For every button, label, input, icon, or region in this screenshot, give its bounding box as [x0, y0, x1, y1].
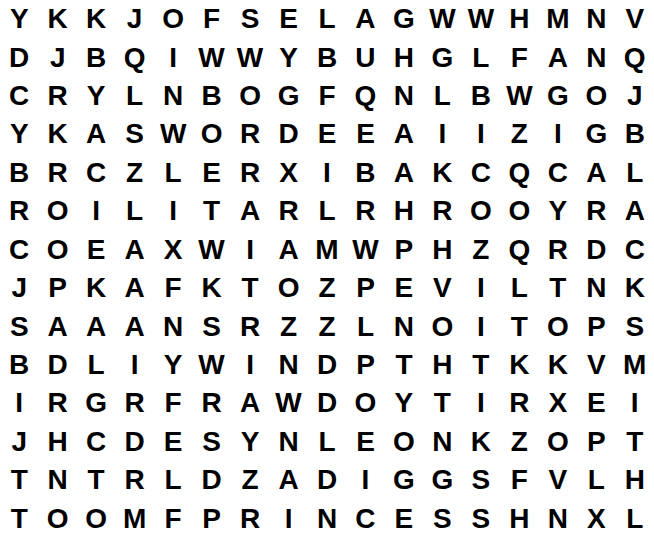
- grid-cell-r14c2[interactable]: O: [38, 500, 76, 538]
- grid-cell-r4c7[interactable]: R: [231, 115, 269, 153]
- grid-cell-r2c9[interactable]: B: [308, 38, 346, 76]
- grid-cell-r2c10[interactable]: U: [346, 38, 384, 76]
- grid-cell-r7c9[interactable]: M: [308, 231, 346, 269]
- grid-cell-r5c3[interactable]: C: [77, 154, 115, 192]
- grid-cell-r3c7[interactable]: O: [231, 77, 269, 115]
- grid-cell-r6c2[interactable]: O: [38, 192, 76, 230]
- grid-cell-r5c2[interactable]: R: [38, 154, 76, 192]
- grid-cell-r1c14[interactable]: H: [500, 0, 538, 38]
- grid-cell-r7c3[interactable]: E: [77, 231, 115, 269]
- grid-cell-r2c6[interactable]: W: [192, 38, 230, 76]
- grid-cell-r11c16[interactable]: E: [577, 384, 615, 422]
- grid-cell-r13c10[interactable]: I: [346, 461, 384, 499]
- grid-cell-r10c15[interactable]: K: [539, 346, 577, 384]
- grid-cell-r9c4[interactable]: A: [115, 307, 153, 345]
- grid-cell-r8c8[interactable]: O: [269, 269, 307, 307]
- grid-cell-r1c6[interactable]: F: [192, 0, 230, 38]
- grid-cell-r5c10[interactable]: B: [346, 154, 384, 192]
- grid-cell-r13c2[interactable]: N: [38, 461, 76, 499]
- grid-cell-r3c3[interactable]: Y: [77, 77, 115, 115]
- grid-cell-r1c15[interactable]: M: [539, 0, 577, 38]
- grid-cell-r8c17[interactable]: K: [616, 269, 654, 307]
- grid-cell-r7c11[interactable]: P: [385, 231, 423, 269]
- grid-cell-r2c4[interactable]: Q: [115, 38, 153, 76]
- grid-cell-r12c14[interactable]: Z: [500, 423, 538, 461]
- grid-cell-r3c8[interactable]: G: [269, 77, 307, 115]
- grid-cell-r6c6[interactable]: T: [192, 192, 230, 230]
- grid-cell-r1c8[interactable]: E: [269, 0, 307, 38]
- grid-cell-r5c8[interactable]: X: [269, 154, 307, 192]
- grid-cell-r1c5[interactable]: O: [154, 0, 192, 38]
- grid-cell-r8c14[interactable]: L: [500, 269, 538, 307]
- grid-cell-r7c10[interactable]: W: [346, 231, 384, 269]
- grid-cell-r11c15[interactable]: X: [539, 384, 577, 422]
- grid-cell-r4c16[interactable]: G: [577, 115, 615, 153]
- grid-cell-r7c4[interactable]: A: [115, 231, 153, 269]
- grid-cell-r4c4[interactable]: S: [115, 115, 153, 153]
- grid-cell-r11c5[interactable]: F: [154, 384, 192, 422]
- grid-cell-r1c17[interactable]: V: [616, 0, 654, 38]
- grid-cell-r3c2[interactable]: R: [38, 77, 76, 115]
- grid-cell-r3c6[interactable]: B: [192, 77, 230, 115]
- grid-cell-r8c4[interactable]: A: [115, 269, 153, 307]
- grid-cell-r7c15[interactable]: R: [539, 231, 577, 269]
- grid-cell-r8c3[interactable]: K: [77, 269, 115, 307]
- grid-cell-r7c7[interactable]: I: [231, 231, 269, 269]
- grid-cell-r1c16[interactable]: N: [577, 0, 615, 38]
- grid-cell-r13c1[interactable]: T: [0, 461, 38, 499]
- grid-cell-r7c6[interactable]: W: [192, 231, 230, 269]
- grid-cell-r13c9[interactable]: D: [308, 461, 346, 499]
- grid-cell-r1c13[interactable]: W: [462, 0, 500, 38]
- grid-cell-r7c5[interactable]: X: [154, 231, 192, 269]
- grid-cell-r5c14[interactable]: Q: [500, 154, 538, 192]
- grid-cell-r1c7[interactable]: S: [231, 0, 269, 38]
- grid-cell-r7c8[interactable]: A: [269, 231, 307, 269]
- grid-cell-r12c13[interactable]: K: [462, 423, 500, 461]
- grid-cell-r7c13[interactable]: Z: [462, 231, 500, 269]
- grid-cell-r1c9[interactable]: L: [308, 0, 346, 38]
- grid-cell-r8c16[interactable]: N: [577, 269, 615, 307]
- grid-cell-r10c6[interactable]: W: [192, 346, 230, 384]
- grid-cell-r8c2[interactable]: P: [38, 269, 76, 307]
- grid-cell-r1c2[interactable]: K: [38, 0, 76, 38]
- grid-cell-r6c17[interactable]: A: [616, 192, 654, 230]
- grid-cell-r14c5[interactable]: F: [154, 500, 192, 538]
- grid-cell-r12c5[interactable]: E: [154, 423, 192, 461]
- grid-cell-r8c11[interactable]: E: [385, 269, 423, 307]
- grid-cell-r14c14[interactable]: H: [500, 500, 538, 538]
- grid-cell-r14c3[interactable]: O: [77, 500, 115, 538]
- grid-cell-r9c6[interactable]: S: [192, 307, 230, 345]
- grid-cell-r8c7[interactable]: T: [231, 269, 269, 307]
- grid-cell-r2c7[interactable]: W: [231, 38, 269, 76]
- grid-cell-r7c2[interactable]: O: [38, 231, 76, 269]
- grid-cell-r10c1[interactable]: B: [0, 346, 38, 384]
- grid-cell-r12c3[interactable]: C: [77, 423, 115, 461]
- grid-cell-r5c13[interactable]: C: [462, 154, 500, 192]
- grid-cell-r10c10[interactable]: P: [346, 346, 384, 384]
- grid-cell-r2c2[interactable]: J: [38, 38, 76, 76]
- grid-cell-r9c13[interactable]: I: [462, 307, 500, 345]
- grid-cell-r4c8[interactable]: D: [269, 115, 307, 153]
- grid-cell-r3c15[interactable]: G: [539, 77, 577, 115]
- grid-cell-r9c16[interactable]: P: [577, 307, 615, 345]
- grid-cell-r10c5[interactable]: Y: [154, 346, 192, 384]
- grid-cell-r12c12[interactable]: N: [423, 423, 461, 461]
- grid-cell-r8c1[interactable]: J: [0, 269, 38, 307]
- grid-cell-r9c2[interactable]: A: [38, 307, 76, 345]
- grid-cell-r6c8[interactable]: R: [269, 192, 307, 230]
- grid-cell-r12c4[interactable]: D: [115, 423, 153, 461]
- grid-cell-r9c8[interactable]: Z: [269, 307, 307, 345]
- grid-cell-r14c8[interactable]: I: [269, 500, 307, 538]
- grid-cell-r10c11[interactable]: T: [385, 346, 423, 384]
- grid-cell-r4c14[interactable]: Z: [500, 115, 538, 153]
- grid-cell-r5c1[interactable]: B: [0, 154, 38, 192]
- grid-cell-r12c8[interactable]: N: [269, 423, 307, 461]
- grid-cell-r11c13[interactable]: I: [462, 384, 500, 422]
- grid-cell-r9c17[interactable]: S: [616, 307, 654, 345]
- grid-cell-r12c16[interactable]: P: [577, 423, 615, 461]
- grid-cell-r11c9[interactable]: D: [308, 384, 346, 422]
- grid-cell-r14c6[interactable]: P: [192, 500, 230, 538]
- grid-cell-r13c4[interactable]: R: [115, 461, 153, 499]
- grid-cell-r3c13[interactable]: B: [462, 77, 500, 115]
- grid-cell-r11c1[interactable]: I: [0, 384, 38, 422]
- grid-cell-r7c16[interactable]: D: [577, 231, 615, 269]
- grid-cell-r5c9[interactable]: I: [308, 154, 346, 192]
- grid-cell-r3c1[interactable]: C: [0, 77, 38, 115]
- grid-cell-r4c6[interactable]: O: [192, 115, 230, 153]
- grid-cell-r8c5[interactable]: F: [154, 269, 192, 307]
- grid-cell-r12c2[interactable]: H: [38, 423, 76, 461]
- grid-cell-r12c10[interactable]: E: [346, 423, 384, 461]
- grid-cell-r5c4[interactable]: Z: [115, 154, 153, 192]
- grid-cell-r6c12[interactable]: R: [423, 192, 461, 230]
- grid-cell-r10c9[interactable]: D: [308, 346, 346, 384]
- grid-cell-r13c3[interactable]: T: [77, 461, 115, 499]
- grid-cell-r13c6[interactable]: D: [192, 461, 230, 499]
- grid-cell-r4c9[interactable]: E: [308, 115, 346, 153]
- grid-cell-r4c1[interactable]: Y: [0, 115, 38, 153]
- grid-cell-r9c12[interactable]: O: [423, 307, 461, 345]
- grid-cell-r8c6[interactable]: K: [192, 269, 230, 307]
- grid-cell-r9c11[interactable]: N: [385, 307, 423, 345]
- grid-cell-r1c1[interactable]: Y: [0, 0, 38, 38]
- grid-cell-r11c11[interactable]: Y: [385, 384, 423, 422]
- grid-cell-r6c14[interactable]: O: [500, 192, 538, 230]
- grid-cell-r6c10[interactable]: R: [346, 192, 384, 230]
- grid-cell-r14c16[interactable]: X: [577, 500, 615, 538]
- grid-cell-r6c13[interactable]: O: [462, 192, 500, 230]
- grid-cell-r3c16[interactable]: O: [577, 77, 615, 115]
- grid-cell-r9c5[interactable]: N: [154, 307, 192, 345]
- grid-cell-r13c11[interactable]: G: [385, 461, 423, 499]
- grid-cell-r14c11[interactable]: E: [385, 500, 423, 538]
- grid-cell-r13c16[interactable]: L: [577, 461, 615, 499]
- grid-cell-r9c7[interactable]: R: [231, 307, 269, 345]
- grid-cell-r5c11[interactable]: A: [385, 154, 423, 192]
- grid-cell-r3c17[interactable]: J: [616, 77, 654, 115]
- grid-cell-r11c17[interactable]: I: [616, 384, 654, 422]
- grid-cell-r5c6[interactable]: E: [192, 154, 230, 192]
- grid-cell-r1c12[interactable]: W: [423, 0, 461, 38]
- grid-cell-r5c5[interactable]: L: [154, 154, 192, 192]
- grid-cell-r3c14[interactable]: W: [500, 77, 538, 115]
- grid-cell-r14c13[interactable]: S: [462, 500, 500, 538]
- grid-cell-r5c12[interactable]: K: [423, 154, 461, 192]
- grid-cell-r10c3[interactable]: L: [77, 346, 115, 384]
- grid-cell-r4c12[interactable]: I: [423, 115, 461, 153]
- grid-cell-r13c8[interactable]: A: [269, 461, 307, 499]
- grid-cell-r8c15[interactable]: T: [539, 269, 577, 307]
- grid-cell-r2c12[interactable]: G: [423, 38, 461, 76]
- grid-cell-r9c15[interactable]: O: [539, 307, 577, 345]
- grid-cell-r11c4[interactable]: R: [115, 384, 153, 422]
- grid-cell-r6c9[interactable]: L: [308, 192, 346, 230]
- grid-cell-r4c2[interactable]: K: [38, 115, 76, 153]
- grid-cell-r2c11[interactable]: H: [385, 38, 423, 76]
- grid-cell-r11c6[interactable]: R: [192, 384, 230, 422]
- grid-cell-r6c4[interactable]: L: [115, 192, 153, 230]
- grid-cell-r10c8[interactable]: N: [269, 346, 307, 384]
- grid-cell-r8c13[interactable]: I: [462, 269, 500, 307]
- grid-cell-r8c10[interactable]: P: [346, 269, 384, 307]
- grid-cell-r3c9[interactable]: F: [308, 77, 346, 115]
- grid-cell-r4c13[interactable]: I: [462, 115, 500, 153]
- grid-cell-r12c15[interactable]: O: [539, 423, 577, 461]
- grid-cell-r9c14[interactable]: T: [500, 307, 538, 345]
- grid-cell-r13c17[interactable]: H: [616, 461, 654, 499]
- grid-cell-r8c12[interactable]: V: [423, 269, 461, 307]
- grid-cell-r2c15[interactable]: A: [539, 38, 577, 76]
- grid-cell-r9c1[interactable]: S: [0, 307, 38, 345]
- grid-cell-r5c7[interactable]: R: [231, 154, 269, 192]
- grid-cell-r12c1[interactable]: J: [0, 423, 38, 461]
- grid-cell-r6c15[interactable]: Y: [539, 192, 577, 230]
- grid-cell-r6c16[interactable]: R: [577, 192, 615, 230]
- grid-cell-r2c13[interactable]: L: [462, 38, 500, 76]
- grid-cell-r10c12[interactable]: H: [423, 346, 461, 384]
- grid-cell-r2c8[interactable]: Y: [269, 38, 307, 76]
- grid-cell-r8c9[interactable]: Z: [308, 269, 346, 307]
- grid-cell-r11c12[interactable]: T: [423, 384, 461, 422]
- grid-cell-r3c11[interactable]: N: [385, 77, 423, 115]
- grid-cell-r13c12[interactable]: G: [423, 461, 461, 499]
- grid-cell-r4c15[interactable]: I: [539, 115, 577, 153]
- grid-cell-r10c17[interactable]: M: [616, 346, 654, 384]
- grid-cell-r10c2[interactable]: D: [38, 346, 76, 384]
- grid-cell-r9c3[interactable]: A: [77, 307, 115, 345]
- grid-cell-r7c17[interactable]: C: [616, 231, 654, 269]
- grid-cell-r3c12[interactable]: L: [423, 77, 461, 115]
- grid-cell-r11c3[interactable]: G: [77, 384, 115, 422]
- grid-cell-r11c2[interactable]: R: [38, 384, 76, 422]
- grid-cell-r14c4[interactable]: M: [115, 500, 153, 538]
- grid-cell-r7c12[interactable]: H: [423, 231, 461, 269]
- grid-cell-r12c11[interactable]: O: [385, 423, 423, 461]
- grid-cell-r11c10[interactable]: O: [346, 384, 384, 422]
- grid-cell-r14c9[interactable]: N: [308, 500, 346, 538]
- grid-cell-r6c5[interactable]: I: [154, 192, 192, 230]
- grid-cell-r14c7[interactable]: R: [231, 500, 269, 538]
- grid-cell-r10c13[interactable]: T: [462, 346, 500, 384]
- grid-cell-r9c10[interactable]: L: [346, 307, 384, 345]
- grid-cell-r13c15[interactable]: V: [539, 461, 577, 499]
- grid-cell-r6c7[interactable]: A: [231, 192, 269, 230]
- grid-cell-r11c14[interactable]: R: [500, 384, 538, 422]
- grid-cell-r14c15[interactable]: N: [539, 500, 577, 538]
- grid-cell-r10c7[interactable]: I: [231, 346, 269, 384]
- grid-cell-r13c13[interactable]: S: [462, 461, 500, 499]
- grid-cell-r12c9[interactable]: L: [308, 423, 346, 461]
- grid-cell-r10c4[interactable]: I: [115, 346, 153, 384]
- grid-cell-r12c7[interactable]: Y: [231, 423, 269, 461]
- grid-cell-r1c4[interactable]: J: [115, 0, 153, 38]
- grid-cell-r6c1[interactable]: R: [0, 192, 38, 230]
- word-search-grid: YKKJOFSELAGWWHMNVDJBQIWWYBUHGLFANQCRYLNB…: [0, 0, 654, 538]
- grid-cell-r9c9[interactable]: Z: [308, 307, 346, 345]
- grid-cell-r7c14[interactable]: Q: [500, 231, 538, 269]
- grid-cell-r4c3[interactable]: A: [77, 115, 115, 153]
- grid-cell-r11c7[interactable]: A: [231, 384, 269, 422]
- grid-cell-r12c6[interactable]: S: [192, 423, 230, 461]
- grid-cell-r13c7[interactable]: Z: [231, 461, 269, 499]
- grid-cell-r3c5[interactable]: N: [154, 77, 192, 115]
- grid-cell-r1c3[interactable]: K: [77, 0, 115, 38]
- grid-cell-r2c3[interactable]: B: [77, 38, 115, 76]
- grid-cell-r6c11[interactable]: H: [385, 192, 423, 230]
- grid-cell-r2c1[interactable]: D: [0, 38, 38, 76]
- grid-cell-r3c10[interactable]: Q: [346, 77, 384, 115]
- grid-cell-r4c11[interactable]: A: [385, 115, 423, 153]
- grid-cell-r2c5[interactable]: I: [154, 38, 192, 76]
- grid-cell-r14c1[interactable]: T: [0, 500, 38, 538]
- grid-cell-r1c11[interactable]: G: [385, 0, 423, 38]
- grid-cell-r14c17[interactable]: L: [616, 500, 654, 538]
- grid-cell-r14c12[interactable]: S: [423, 500, 461, 538]
- grid-cell-r10c14[interactable]: K: [500, 346, 538, 384]
- grid-cell-r4c5[interactable]: W: [154, 115, 192, 153]
- grid-cell-r13c5[interactable]: L: [154, 461, 192, 499]
- grid-cell-r6c3[interactable]: I: [77, 192, 115, 230]
- grid-cell-r1c10[interactable]: A: [346, 0, 384, 38]
- grid-cell-r11c8[interactable]: W: [269, 384, 307, 422]
- grid-cell-r12c17[interactable]: T: [616, 423, 654, 461]
- grid-cell-r2c14[interactable]: F: [500, 38, 538, 76]
- grid-cell-r10c16[interactable]: V: [577, 346, 615, 384]
- grid-cell-r2c16[interactable]: N: [577, 38, 615, 76]
- grid-cell-r5c15[interactable]: C: [539, 154, 577, 192]
- grid-cell-r14c10[interactable]: C: [346, 500, 384, 538]
- grid-cell-r2c17[interactable]: Q: [616, 38, 654, 76]
- grid-cell-r4c17[interactable]: B: [616, 115, 654, 153]
- grid-cell-r7c1[interactable]: C: [0, 231, 38, 269]
- grid-cell-r5c16[interactable]: A: [577, 154, 615, 192]
- grid-cell-r3c4[interactable]: L: [115, 77, 153, 115]
- grid-cell-r13c14[interactable]: F: [500, 461, 538, 499]
- grid-cell-r5c17[interactable]: L: [616, 154, 654, 192]
- grid-cell-r4c10[interactable]: E: [346, 115, 384, 153]
